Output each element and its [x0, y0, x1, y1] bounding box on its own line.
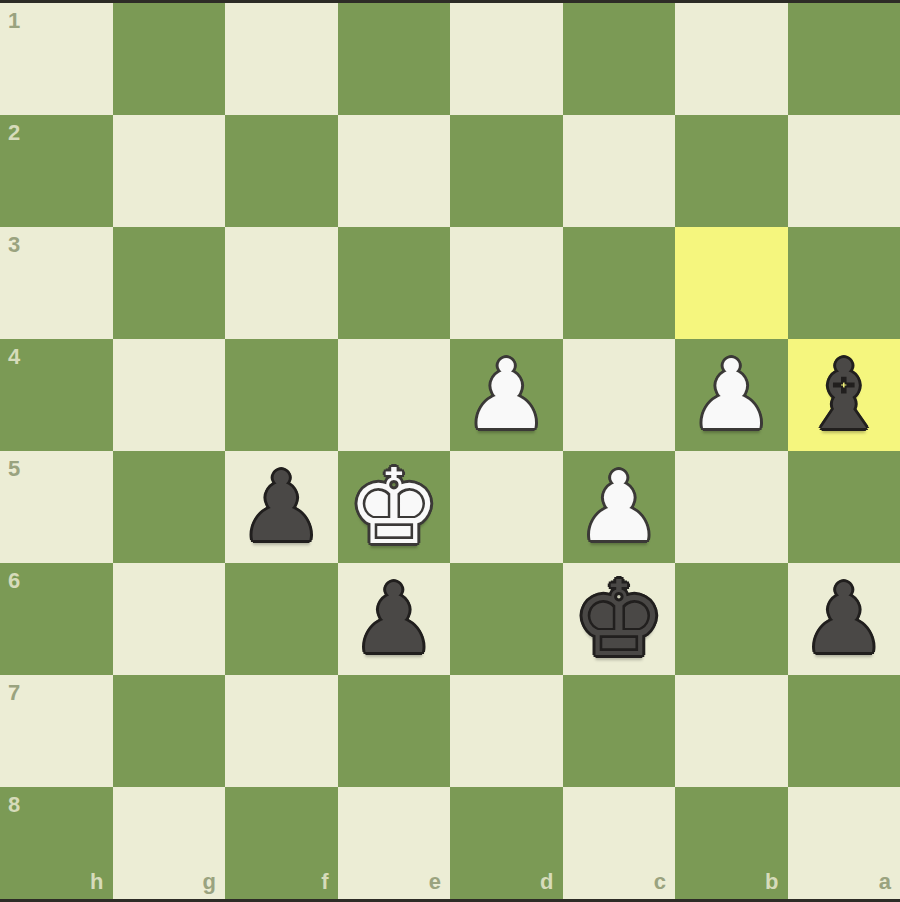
square-b8[interactable]: b — [675, 787, 788, 899]
square-b3[interactable] — [675, 227, 788, 339]
square-h7[interactable]: 7 — [0, 675, 113, 787]
file-label-e: e — [429, 871, 441, 893]
square-a3[interactable] — [788, 227, 900, 339]
square-h4[interactable]: 4 — [0, 339, 113, 451]
square-h5[interactable]: 5 — [0, 451, 113, 563]
square-h6[interactable]: 6 — [0, 563, 113, 675]
square-a1[interactable] — [788, 3, 900, 115]
white-pawn-b4[interactable]: ♟ — [688, 339, 774, 451]
chess-board: 1234♟♟♝5♟♚♟6♟♚♟78hgfedcba — [0, 3, 900, 899]
square-f8[interactable]: f — [225, 787, 338, 899]
rank-label-5: 5 — [8, 458, 20, 480]
square-f6[interactable] — [225, 563, 338, 675]
file-label-d: d — [540, 871, 553, 893]
black-pawn-f5[interactable]: ♟ — [238, 451, 324, 563]
square-a7[interactable] — [788, 675, 900, 787]
square-c6[interactable]: ♚ — [563, 563, 676, 675]
square-b4[interactable]: ♟ — [675, 339, 788, 451]
black-pawn-e6[interactable]: ♟ — [351, 563, 437, 675]
white-king-e5[interactable]: ♚ — [347, 451, 440, 563]
square-e5[interactable]: ♚ — [338, 451, 451, 563]
square-a8[interactable]: a — [788, 787, 900, 899]
square-b6[interactable] — [675, 563, 788, 675]
square-e8[interactable]: e — [338, 787, 451, 899]
square-e7[interactable] — [338, 675, 451, 787]
square-g5[interactable] — [113, 451, 226, 563]
square-g7[interactable] — [113, 675, 226, 787]
square-g2[interactable] — [113, 115, 226, 227]
square-g1[interactable] — [113, 3, 226, 115]
square-c5[interactable]: ♟ — [563, 451, 676, 563]
square-a4[interactable]: ♝ — [788, 339, 900, 451]
file-label-a: a — [879, 871, 891, 893]
white-pawn-c5[interactable]: ♟ — [576, 451, 662, 563]
square-b1[interactable] — [675, 3, 788, 115]
square-d7[interactable] — [450, 675, 563, 787]
square-g3[interactable] — [113, 227, 226, 339]
file-label-b: b — [765, 871, 778, 893]
square-c4[interactable] — [563, 339, 676, 451]
square-b2[interactable] — [675, 115, 788, 227]
rank-label-2: 2 — [8, 122, 20, 144]
square-d3[interactable] — [450, 227, 563, 339]
square-c3[interactable] — [563, 227, 676, 339]
rank-label-7: 7 — [8, 682, 20, 704]
rank-label-8: 8 — [8, 794, 20, 816]
file-label-h: h — [90, 871, 103, 893]
square-g4[interactable] — [113, 339, 226, 451]
square-a2[interactable] — [788, 115, 900, 227]
square-d2[interactable] — [450, 115, 563, 227]
rank-label-4: 4 — [8, 346, 20, 368]
file-label-c: c — [654, 871, 666, 893]
square-f5[interactable]: ♟ — [225, 451, 338, 563]
square-g6[interactable] — [113, 563, 226, 675]
square-a6[interactable]: ♟ — [788, 563, 900, 675]
square-f3[interactable] — [225, 227, 338, 339]
square-e2[interactable] — [338, 115, 451, 227]
square-d1[interactable] — [450, 3, 563, 115]
file-label-g: g — [203, 871, 216, 893]
black-king-c6[interactable]: ♚ — [572, 563, 665, 675]
square-c7[interactable] — [563, 675, 676, 787]
square-e6[interactable]: ♟ — [338, 563, 451, 675]
square-c2[interactable] — [563, 115, 676, 227]
square-h8[interactable]: 8h — [0, 787, 113, 899]
square-e1[interactable] — [338, 3, 451, 115]
black-pawn-a6[interactable]: ♟ — [801, 563, 887, 675]
square-d8[interactable]: d — [450, 787, 563, 899]
square-f7[interactable] — [225, 675, 338, 787]
square-h2[interactable]: 2 — [0, 115, 113, 227]
square-g8[interactable]: g — [113, 787, 226, 899]
square-f4[interactable] — [225, 339, 338, 451]
square-h3[interactable]: 3 — [0, 227, 113, 339]
square-h1[interactable]: 1 — [0, 3, 113, 115]
square-d5[interactable] — [450, 451, 563, 563]
rank-label-3: 3 — [8, 234, 20, 256]
square-a5[interactable] — [788, 451, 900, 563]
square-b7[interactable] — [675, 675, 788, 787]
square-f1[interactable] — [225, 3, 338, 115]
rank-label-6: 6 — [8, 570, 20, 592]
black-bishop-a4[interactable]: ♝ — [801, 339, 887, 451]
square-c8[interactable]: c — [563, 787, 676, 899]
white-pawn-d4[interactable]: ♟ — [463, 339, 549, 451]
square-c1[interactable] — [563, 3, 676, 115]
file-label-f: f — [321, 871, 328, 893]
square-b5[interactable] — [675, 451, 788, 563]
square-d6[interactable] — [450, 563, 563, 675]
rank-label-1: 1 — [8, 10, 20, 32]
chess-app-viewport: 1234♟♟♝5♟♚♟6♟♚♟78hgfedcba — [0, 0, 900, 902]
square-e3[interactable] — [338, 227, 451, 339]
square-f2[interactable] — [225, 115, 338, 227]
square-d4[interactable]: ♟ — [450, 339, 563, 451]
square-e4[interactable] — [338, 339, 451, 451]
